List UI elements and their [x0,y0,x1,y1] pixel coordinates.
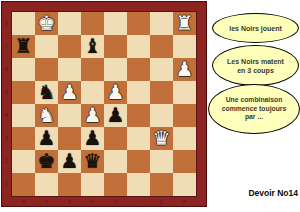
worksheet-page: ♚♜♜♝♟♞♟♟♞♟♟♟♟♛♚♟♛ abcdefgh87654321 les N… [0,0,300,212]
square-f4[interactable] [127,104,150,127]
square-a7[interactable]: ♜ [12,35,35,58]
exercise-caption: Devoir No14 [228,188,298,198]
square-e7[interactable] [104,35,127,58]
black-knight-b5[interactable]: ♞ [38,81,56,104]
black-rook-a7[interactable]: ♜ [15,35,33,58]
square-c6[interactable] [58,58,81,81]
rank-label-2: 2 [2,159,11,164]
rank-label-8: 8 [2,21,11,26]
white-pawn-e5[interactable]: ♟ [107,81,125,104]
square-a2[interactable] [12,150,35,173]
square-d5[interactable] [81,81,104,104]
square-c1[interactable] [58,173,81,196]
square-d4[interactable]: ♟ [81,104,104,127]
square-g3[interactable]: ♛ [150,127,173,150]
square-e4[interactable]: ♟ [104,104,127,127]
white-pawn-d4[interactable]: ♟ [84,104,102,127]
square-f8[interactable] [127,12,150,35]
square-h1[interactable] [173,173,196,196]
square-c7[interactable] [58,35,81,58]
file-label-a: a [12,199,35,204]
square-a8[interactable] [12,12,35,35]
rank-label-6: 6 [2,67,11,72]
rank-label-3: 3 [2,136,11,141]
square-f2[interactable] [127,150,150,173]
square-h3[interactable] [173,127,196,150]
file-label-d: d [81,199,104,204]
square-f6[interactable] [127,58,150,81]
square-b5[interactable]: ♞ [35,81,58,104]
square-d2[interactable]: ♛ [81,150,104,173]
square-c4[interactable] [58,104,81,127]
file-label-g: g [150,199,173,204]
square-d7[interactable]: ♝ [81,35,104,58]
annotation-bubble-task: Les Noirs matent en 3 coups [212,45,299,86]
square-b2[interactable]: ♚ [35,150,58,173]
bubble-text-line: Les Noirs matent [227,57,284,66]
square-a3[interactable] [12,127,35,150]
file-label-h: h [173,199,196,204]
black-pawn-c2[interactable]: ♟ [61,150,79,173]
square-g5[interactable] [150,81,173,104]
square-b6[interactable] [35,58,58,81]
white-king-b8[interactable]: ♚ [38,12,56,35]
bubble-text-line: en 3 coups [237,66,274,75]
square-a4[interactable] [12,104,35,127]
square-g6[interactable] [150,58,173,81]
square-h8[interactable]: ♜ [173,12,196,35]
square-g8[interactable] [150,12,173,35]
rank-label-7: 7 [2,44,11,49]
square-b4[interactable]: ♞ [35,104,58,127]
file-label-f: f [127,199,150,204]
bubble-text-line: commence toujours [222,105,287,114]
chess-board-frame: ♚♜♜♝♟♞♟♟♞♟♟♟♟♛♚♟♛ abcdefgh87654321 [1,1,207,207]
square-d3[interactable]: ♟ [81,127,104,150]
square-f3[interactable] [127,127,150,150]
square-g7[interactable] [150,35,173,58]
white-queen-g3[interactable]: ♛ [153,127,171,150]
bubble-text-line: par ... [245,113,263,122]
square-e1[interactable] [104,173,127,196]
square-e6[interactable] [104,58,127,81]
square-f7[interactable] [127,35,150,58]
square-c5[interactable]: ♟ [58,81,81,104]
annotation-bubble-side-to-move: les Noirs jouent [212,13,299,43]
square-d8[interactable] [81,12,104,35]
file-label-c: c [58,199,81,204]
chess-board[interactable]: ♚♜♜♝♟♞♟♟♞♟♟♟♟♛♚♟♛ [12,12,196,196]
square-g4[interactable] [150,104,173,127]
square-b8[interactable]: ♚ [35,12,58,35]
square-e5[interactable]: ♟ [104,81,127,104]
square-c2[interactable]: ♟ [58,150,81,173]
black-pawn-b3[interactable]: ♟ [38,127,56,150]
square-a1[interactable] [12,173,35,196]
square-e8[interactable] [104,12,127,35]
bubble-text: les Noirs jouent [229,25,282,32]
black-king-b2[interactable]: ♚ [38,150,56,173]
black-queen-d2[interactable]: ♛ [84,150,102,173]
square-f5[interactable] [127,81,150,104]
rank-label-5: 5 [2,90,11,95]
square-b1[interactable] [35,173,58,196]
annotation-bubble-hint: Une combinaison commence toujours par ..… [208,84,300,134]
square-d6[interactable] [81,58,104,81]
square-b3[interactable]: ♟ [35,127,58,150]
square-b7[interactable] [35,35,58,58]
black-bishop-d7[interactable]: ♝ [84,35,102,58]
square-c3[interactable] [58,127,81,150]
rank-label-4: 4 [2,113,11,118]
square-d1[interactable] [81,173,104,196]
square-h2[interactable] [173,150,196,173]
square-f1[interactable] [127,173,150,196]
square-g1[interactable] [150,173,173,196]
square-e3[interactable] [104,127,127,150]
white-rook-h8[interactable]: ♜ [176,12,194,35]
square-h6[interactable]: ♟ [173,58,196,81]
white-pawn-c5[interactable]: ♟ [61,81,79,104]
file-label-b: b [35,199,58,204]
square-e2[interactable] [104,150,127,173]
square-h7[interactable] [173,35,196,58]
black-pawn-e4[interactable]: ♟ [107,104,125,127]
bubble-text-line: Une combinaison [226,96,283,105]
square-c8[interactable] [58,12,81,35]
white-knight-b4[interactable]: ♞ [38,104,56,127]
white-pawn-h6[interactable]: ♟ [176,58,194,81]
square-a5[interactable] [12,81,35,104]
rank-label-1: 1 [2,182,11,187]
square-a6[interactable] [12,58,35,81]
file-label-e: e [104,199,127,204]
square-h4[interactable] [173,104,196,127]
square-h5[interactable] [173,81,196,104]
square-g2[interactable] [150,150,173,173]
black-pawn-d3[interactable]: ♟ [84,127,102,150]
